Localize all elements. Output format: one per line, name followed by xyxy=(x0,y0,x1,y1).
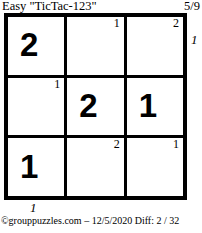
corner-clue: 2 xyxy=(173,17,179,30)
corner-clue: 1 xyxy=(54,78,60,91)
puzzle-counter: 5/9 xyxy=(184,0,200,13)
copyright-line: ©grouppuzzles.com – 12/5/2020 Diff: 2 / … xyxy=(1,215,201,227)
cell-digit: 2 xyxy=(20,28,38,61)
cell-digit: 1 xyxy=(20,150,38,183)
puzzle-board: 2 1 2 1 2 1 1 2 1 xyxy=(4,13,187,200)
cell-r1c2[interactable]: 1 xyxy=(67,17,123,75)
cell-digit: 2 xyxy=(79,89,97,122)
title-bar: Easy "TicTac-123" 5/9 xyxy=(2,0,200,13)
cell-r3c1[interactable]: 1 xyxy=(8,138,64,196)
cell-r3c3[interactable]: 1 xyxy=(127,138,183,196)
cell-r1c1[interactable]: 2 xyxy=(8,17,64,75)
corner-clue: 2 xyxy=(114,138,120,151)
cell-r1c3[interactable]: 2 xyxy=(127,17,183,75)
outside-clue-bottom-col1: 1 xyxy=(30,201,37,214)
puzzle-title: Easy "TicTac-123" xyxy=(2,0,97,13)
cell-r2c2[interactable]: 2 xyxy=(67,78,123,136)
cell-r2c1[interactable]: 1 xyxy=(8,78,64,136)
puzzle-page: Easy "TicTac-123" 5/9 2 1 2 1 2 1 xyxy=(0,0,202,233)
cell-r3c2[interactable]: 2 xyxy=(67,138,123,196)
corner-clue: 1 xyxy=(173,138,179,151)
outside-clue-right-row1: 1 xyxy=(191,33,198,46)
corner-clue: 1 xyxy=(114,17,120,30)
cell-digit: 1 xyxy=(139,89,157,122)
cell-r2c3[interactable]: 1 xyxy=(127,78,183,136)
